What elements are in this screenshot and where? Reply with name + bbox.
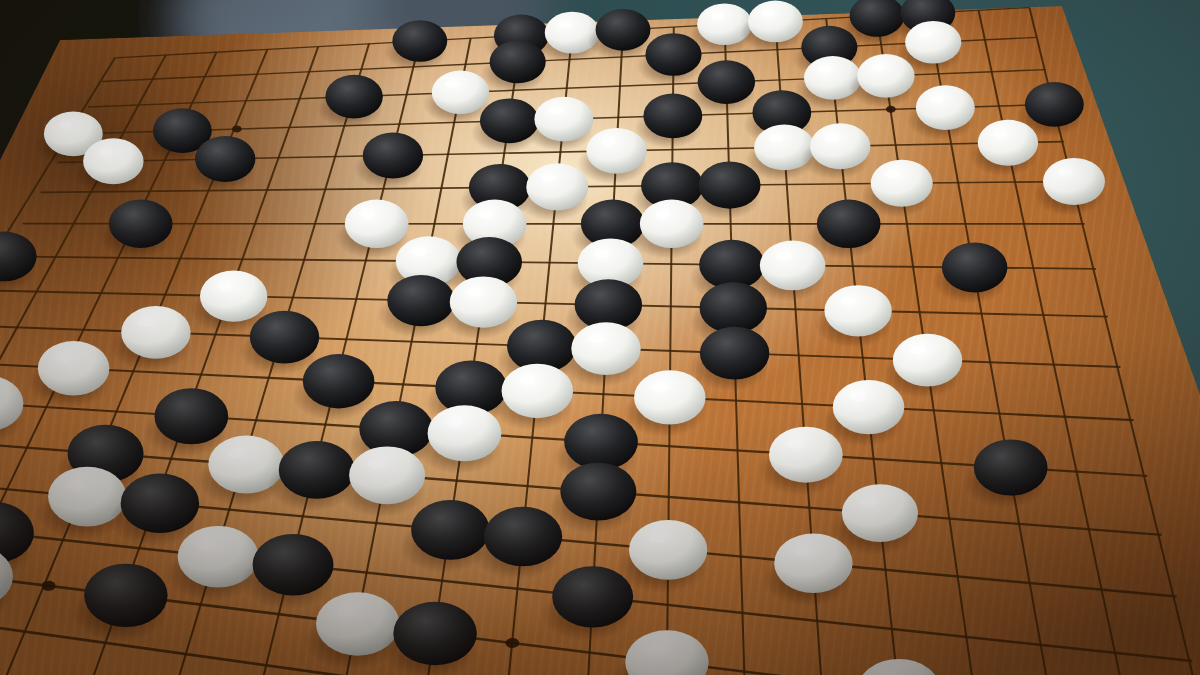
go-board-photo-scene	[0, 0, 1200, 675]
go-board	[0, 0, 1200, 675]
vignette-overlay	[0, 0, 1200, 675]
